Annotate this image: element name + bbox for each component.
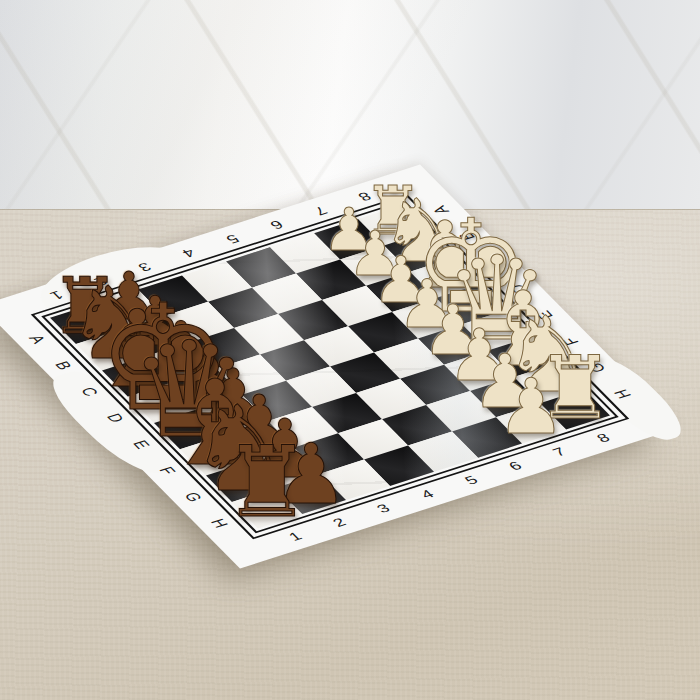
rank-label-4-right: 4 xyxy=(417,488,436,501)
piece-light-pawn-h7[interactable]: ♟ xyxy=(497,368,566,445)
rank-label-6-left: 6 xyxy=(268,219,287,232)
file-label-a-near: A xyxy=(26,333,49,345)
rank-label-5-left: 5 xyxy=(224,233,243,246)
rank-label-6-right: 6 xyxy=(505,459,524,472)
rank-label-5-right: 5 xyxy=(461,473,480,486)
piece-dark-rook-h1[interactable]: ♜ xyxy=(223,434,311,532)
marble-wall xyxy=(0,0,700,209)
rank-label-3-right: 3 xyxy=(373,502,392,515)
chess-set-photo: AABBCCDDEEFFGGHH1122334455667788 ♜♞♝♚♛♝♞… xyxy=(0,0,700,700)
